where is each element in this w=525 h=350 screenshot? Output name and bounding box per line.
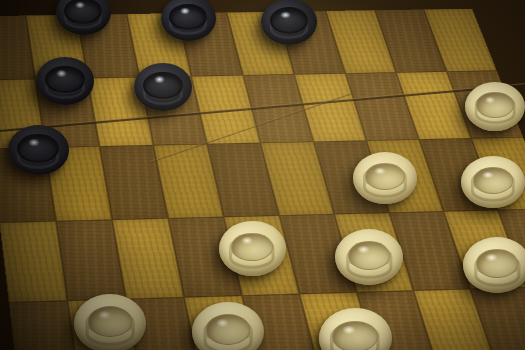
white-piece[interactable]: ⛀: [319, 308, 392, 350]
checker-glyph: ⛂: [62, 0, 104, 37]
black-piece[interactable]: ⛂: [161, 0, 216, 41]
checker-glyph: ⛂: [141, 61, 185, 113]
black-piece[interactable]: ⛂: [36, 57, 94, 105]
board-photo: ⛂⛂⛂⛂⛂⛂⛀⛀⛀⛀⛀⛀⛀⛀⛀: [0, 0, 525, 350]
white-piece[interactable]: ⛀: [335, 229, 403, 285]
white-piece[interactable]: ⛀: [192, 302, 264, 350]
checker-glyph: ⛂: [43, 55, 87, 107]
black-piece[interactable]: ⛂: [261, 0, 317, 45]
checker-glyph: ⛀: [343, 227, 394, 288]
white-piece[interactable]: ⛀: [463, 237, 525, 293]
checker-glyph: ⛀: [83, 291, 137, 350]
white-piece[interactable]: ⛀: [465, 82, 525, 131]
pieces-layer: ⛂⛂⛂⛂⛂⛂⛀⛀⛀⛀⛀⛀⛀⛀⛀: [0, 0, 525, 350]
checker-glyph: ⛀: [472, 79, 517, 133]
checker-glyph: ⛀: [227, 218, 277, 278]
checker-glyph: ⛂: [167, 0, 209, 43]
black-piece[interactable]: ⛂: [56, 0, 111, 35]
white-piece[interactable]: ⛀: [353, 152, 417, 204]
checker-glyph: ⛀: [471, 235, 522, 296]
white-piece[interactable]: ⛀: [74, 294, 146, 350]
white-piece[interactable]: ⛀: [461, 156, 525, 208]
checker-glyph: ⛂: [268, 0, 310, 47]
checker-glyph: ⛀: [201, 299, 255, 350]
checker-glyph: ⛀: [361, 149, 410, 207]
white-piece[interactable]: ⛀: [219, 221, 286, 276]
checker-glyph: ⛂: [15, 123, 61, 178]
black-piece[interactable]: ⛂: [8, 125, 69, 175]
checker-glyph: ⛀: [327, 305, 382, 350]
black-piece[interactable]: ⛂: [134, 63, 192, 111]
checker-glyph: ⛀: [469, 153, 518, 211]
